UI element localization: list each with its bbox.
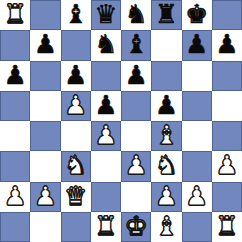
white-bishop[interactable]: ♝ — [155, 120, 178, 150]
black-pawn[interactable]: ♟ — [124, 60, 147, 90]
square-a1[interactable] — [0, 212, 30, 242]
square-b7[interactable]: ♟ — [30, 30, 60, 60]
white-pawn[interactable]: ♟ — [3, 181, 26, 211]
square-e8[interactable]: ♞ — [121, 0, 151, 30]
white-pawn[interactable]: ♟ — [124, 150, 147, 180]
square-a3[interactable] — [0, 151, 30, 181]
square-b2[interactable]: ♟ — [30, 182, 60, 212]
square-g5[interactable] — [182, 91, 212, 121]
square-c7[interactable] — [61, 30, 91, 60]
white-rook[interactable]: ♜ — [3, 0, 26, 29]
white-rook[interactable]: ♜ — [215, 211, 238, 241]
square-h3[interactable]: ♟ — [212, 151, 242, 181]
white-pawn[interactable]: ♟ — [64, 90, 87, 120]
black-pawn[interactable]: ♟ — [185, 29, 208, 59]
square-d7[interactable]: ♞ — [91, 30, 121, 60]
square-g1[interactable] — [182, 212, 212, 242]
square-f3[interactable]: ♞ — [151, 151, 181, 181]
square-e3[interactable]: ♟ — [121, 151, 151, 181]
square-f1[interactable]: ♝ — [151, 212, 181, 242]
square-b3[interactable] — [30, 151, 60, 181]
square-b6[interactable] — [30, 61, 60, 91]
square-c2[interactable]: ♛ — [61, 182, 91, 212]
white-pawn[interactable]: ♟ — [215, 150, 238, 180]
square-a7[interactable] — [0, 30, 30, 60]
square-d6[interactable] — [91, 61, 121, 91]
square-e4[interactable] — [121, 121, 151, 151]
square-f8[interactable]: ♜ — [151, 0, 181, 30]
square-e6[interactable]: ♟ — [121, 61, 151, 91]
square-d5[interactable]: ♟ — [91, 91, 121, 121]
square-d8[interactable]: ♛ — [91, 0, 121, 30]
square-d3[interactable] — [91, 151, 121, 181]
square-f6[interactable] — [151, 61, 181, 91]
black-pawn[interactable]: ♟ — [94, 90, 117, 120]
square-a8[interactable]: ♜ — [0, 0, 30, 30]
square-f2[interactable]: ♟ — [151, 182, 181, 212]
square-b1[interactable] — [30, 212, 60, 242]
white-knight[interactable]: ♞ — [64, 150, 87, 180]
square-h6[interactable] — [212, 61, 242, 91]
black-rook[interactable]: ♜ — [155, 0, 178, 29]
black-pawn[interactable]: ♟ — [215, 29, 238, 59]
black-knight[interactable]: ♞ — [124, 0, 147, 29]
black-bishop[interactable]: ♝ — [64, 0, 87, 29]
square-g7[interactable]: ♟ — [182, 30, 212, 60]
square-g3[interactable] — [182, 151, 212, 181]
square-c4[interactable] — [61, 121, 91, 151]
square-f5[interactable]: ♟ — [151, 91, 181, 121]
square-f7[interactable] — [151, 30, 181, 60]
square-c1[interactable] — [61, 212, 91, 242]
square-a6[interactable]: ♟ — [0, 61, 30, 91]
square-e1[interactable]: ♚ — [121, 212, 151, 242]
square-e2[interactable] — [121, 182, 151, 212]
square-g2[interactable]: ♟ — [182, 182, 212, 212]
square-g4[interactable] — [182, 121, 212, 151]
white-pawn[interactable]: ♟ — [34, 181, 57, 211]
square-h4[interactable] — [212, 121, 242, 151]
square-c8[interactable]: ♝ — [61, 0, 91, 30]
white-rook[interactable]: ♜ — [94, 211, 117, 241]
black-queen[interactable]: ♛ — [94, 0, 117, 29]
square-b5[interactable] — [30, 91, 60, 121]
square-d4[interactable]: ♟ — [91, 121, 121, 151]
square-a2[interactable]: ♟ — [0, 182, 30, 212]
black-pawn[interactable]: ♟ — [64, 60, 87, 90]
black-king[interactable]: ♚ — [185, 0, 208, 29]
white-pawn[interactable]: ♟ — [185, 181, 208, 211]
square-h5[interactable] — [212, 91, 242, 121]
white-pawn[interactable]: ♟ — [94, 120, 117, 150]
square-h1[interactable]: ♜ — [212, 212, 242, 242]
square-g8[interactable]: ♚ — [182, 0, 212, 30]
square-a4[interactable] — [0, 121, 30, 151]
square-h8[interactable] — [212, 0, 242, 30]
square-c5[interactable]: ♟ — [61, 91, 91, 121]
square-a5[interactable] — [0, 91, 30, 121]
white-bishop[interactable]: ♝ — [155, 211, 178, 241]
square-g6[interactable] — [182, 61, 212, 91]
square-d2[interactable] — [91, 182, 121, 212]
white-pawn[interactable]: ♟ — [155, 181, 178, 211]
square-f4[interactable]: ♝ — [151, 121, 181, 151]
black-pawn[interactable]: ♟ — [34, 29, 57, 59]
black-pawn[interactable]: ♟ — [3, 60, 26, 90]
square-d1[interactable]: ♜ — [91, 212, 121, 242]
white-knight[interactable]: ♞ — [155, 150, 178, 180]
black-bishop[interactable]: ♝ — [124, 29, 147, 59]
square-e7[interactable]: ♝ — [121, 30, 151, 60]
white-queen[interactable]: ♛ — [64, 181, 87, 211]
square-b4[interactable] — [30, 121, 60, 151]
black-pawn[interactable]: ♟ — [155, 90, 178, 120]
square-h2[interactable] — [212, 182, 242, 212]
black-knight[interactable]: ♞ — [94, 29, 117, 59]
square-b8[interactable] — [30, 0, 60, 30]
square-c6[interactable]: ♟ — [61, 61, 91, 91]
chess-board: ♜♝♛♞♜♚♟♞♝♟♟♟♟♟♟♟♟♟♝♞♟♞♟♟♟♛♟♟♜♚♝♜ — [0, 0, 242, 242]
square-c3[interactable]: ♞ — [61, 151, 91, 181]
white-king[interactable]: ♚ — [124, 211, 147, 241]
square-h7[interactable]: ♟ — [212, 30, 242, 60]
square-e5[interactable] — [121, 91, 151, 121]
